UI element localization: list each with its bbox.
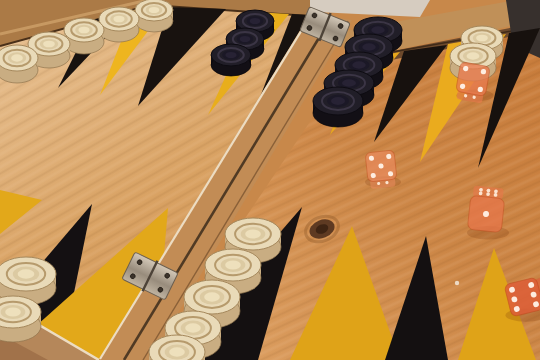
checker-black[interactable] [211, 44, 251, 76]
checker-white[interactable] [135, 0, 173, 32]
checker-white[interactable] [0, 296, 41, 342]
board-svg [0, 0, 540, 360]
checker-white[interactable] [99, 7, 139, 42]
checker-black[interactable] [313, 87, 363, 127]
checker-white[interactable] [0, 45, 38, 83]
backgammon-board-photo [0, 0, 540, 360]
wood-speck [455, 281, 459, 285]
